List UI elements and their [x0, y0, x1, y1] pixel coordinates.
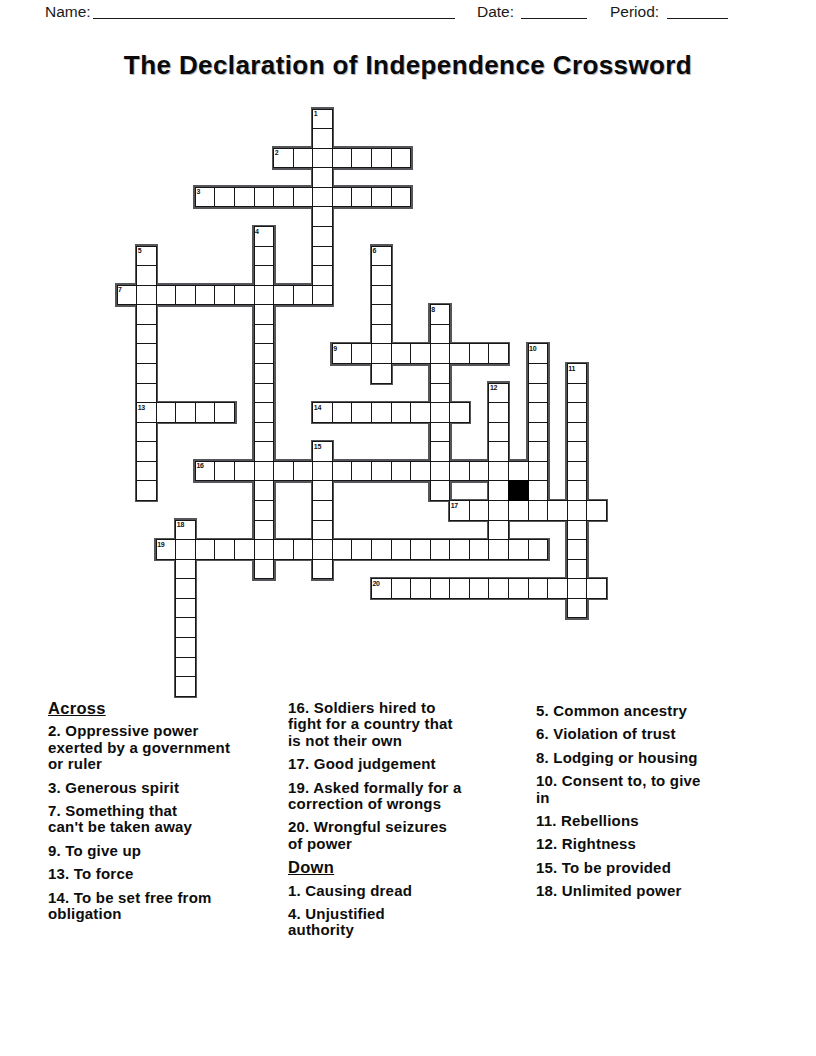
- grid-cell: [175, 657, 196, 678]
- grid-cell: [371, 265, 392, 286]
- grid-cell: [254, 402, 275, 423]
- grid-cell: [488, 441, 509, 462]
- grid-cell: [391, 343, 412, 364]
- grid-cell: [254, 265, 275, 286]
- grid-cell: [488, 402, 509, 423]
- grid-cell: [312, 480, 333, 501]
- grid-cell: [371, 539, 392, 560]
- grid-cell: [528, 480, 549, 501]
- grid-cell: [567, 422, 588, 443]
- grid-cell: [567, 500, 588, 521]
- cell-number-11: 11: [568, 365, 575, 372]
- grid-cell: [430, 343, 451, 364]
- grid-cell: [254, 461, 275, 482]
- grid-cell: [136, 363, 157, 384]
- grid-cell: [528, 441, 549, 462]
- grid-cell: [273, 187, 294, 208]
- grid-cell: [254, 539, 275, 560]
- cell-number-8: 8: [431, 306, 435, 313]
- grid-cell: [234, 187, 255, 208]
- grid-cell: [371, 304, 392, 325]
- clue-16: 16. Soldiers hired to fight for a countr…: [288, 700, 524, 749]
- grid-cell: [312, 285, 333, 306]
- cell-number-12: 12: [490, 384, 497, 391]
- clue-column-2: 16. Soldiers hired to fight for a countr…: [288, 700, 524, 946]
- grid-cell: [175, 285, 196, 306]
- clue-3: 3. Generous spirit: [48, 780, 290, 796]
- cell-number-10: 10: [529, 345, 536, 352]
- grid-cell: [195, 285, 216, 306]
- grid-cell: [410, 402, 431, 423]
- grid-cell: [312, 559, 333, 580]
- grid-cell: [586, 578, 607, 599]
- grid-cell: [312, 148, 333, 169]
- grid-cell: [175, 676, 196, 697]
- grid-cell: [136, 324, 157, 345]
- clue-column-1: Across2. Oppressive power exerted by a g…: [48, 700, 290, 929]
- clue-7: 7. Something that can't be taken away: [48, 803, 290, 836]
- grid-cell: [136, 422, 157, 443]
- grid-cell: [469, 500, 490, 521]
- clue-13: 13. To force: [48, 866, 290, 882]
- grid-cell: [254, 559, 275, 580]
- grid-cell: [293, 539, 314, 560]
- grid-cell: [214, 187, 235, 208]
- grid-cell: [214, 285, 235, 306]
- cell-number-13: 13: [138, 404, 145, 411]
- grid-cell: [430, 402, 451, 423]
- grid-cell: [312, 128, 333, 149]
- grid-cell: [312, 226, 333, 247]
- grid-cell: [567, 539, 588, 560]
- cell-number-5: 5: [138, 247, 142, 254]
- cell-number-1: 1: [314, 110, 318, 117]
- grid-cell: [136, 304, 157, 325]
- grid-cell: [234, 461, 255, 482]
- grid-cell: [371, 343, 392, 364]
- grid-cell: [430, 422, 451, 443]
- grid-cell: [371, 148, 392, 169]
- grid-cell: [567, 383, 588, 404]
- crossword-grid: 2379131416171920145681011121518: [0, 0, 816, 700]
- grid-cell: [332, 148, 353, 169]
- clue-14: 14. To be set free from obligation: [48, 890, 290, 923]
- clue-column-3: 5. Common ancestry6. Violation of trust8…: [536, 703, 758, 907]
- grid-cell: [508, 500, 529, 521]
- grid-cell: [254, 500, 275, 521]
- grid-cell: [332, 539, 353, 560]
- grid-cell: [195, 539, 216, 560]
- grid-cell: [254, 480, 275, 501]
- grid-cell: [351, 539, 372, 560]
- grid-cell: [312, 265, 333, 286]
- grid-cell: [156, 285, 177, 306]
- grid-cell: [136, 265, 157, 286]
- cell-number-18: 18: [177, 521, 184, 528]
- clue-2: 2. Oppressive power exerted by a governm…: [48, 723, 290, 772]
- grid-cell: [136, 441, 157, 462]
- grid-cell: [410, 578, 431, 599]
- clue-18: 18. Unlimited power: [536, 883, 758, 899]
- grid-cell: [567, 598, 588, 619]
- grid-cell: [254, 383, 275, 404]
- grid-cell: [391, 148, 412, 169]
- grid-cell: [508, 539, 529, 560]
- grid-cell: [488, 343, 509, 364]
- clue-12: 12. Rightness: [536, 836, 758, 852]
- grid-cell: [391, 578, 412, 599]
- grid-cell: [391, 187, 412, 208]
- grid-cell: [528, 363, 549, 384]
- grid-cell: [528, 500, 549, 521]
- grid-cell: [273, 461, 294, 482]
- grid-cell: [332, 402, 353, 423]
- grid-cell: [371, 324, 392, 345]
- grid-cell: [312, 539, 333, 560]
- grid-cell: [430, 578, 451, 599]
- grid-cell: [136, 461, 157, 482]
- black-cell: [508, 480, 529, 501]
- grid-cell: [488, 480, 509, 501]
- clue-15: 15. To be provided: [536, 860, 758, 876]
- clue-heading-across: Across: [48, 700, 290, 716]
- grid-cell: [410, 343, 431, 364]
- grid-cell: [567, 461, 588, 482]
- grid-cell: [430, 383, 451, 404]
- grid-cell: [254, 304, 275, 325]
- clue-10: 10. Consent to, to give in: [536, 773, 758, 806]
- grid-cell: [567, 578, 588, 599]
- grid-cell: [254, 187, 275, 208]
- grid-cell: [430, 539, 451, 560]
- grid-cell: [430, 324, 451, 345]
- grid-cell: [528, 539, 549, 560]
- grid-cell: [430, 363, 451, 384]
- cell-number-7: 7: [118, 286, 122, 293]
- grid-cell: [332, 461, 353, 482]
- grid-cell: [371, 187, 392, 208]
- cell-number-14: 14: [314, 404, 321, 411]
- grid-cell: [136, 285, 157, 306]
- grid-cell: [175, 578, 196, 599]
- clue-5: 5. Common ancestry: [536, 703, 758, 719]
- grid-cell: [528, 578, 549, 599]
- grid-cell: [254, 422, 275, 443]
- grid-cell: [136, 383, 157, 404]
- grid-cell: [175, 617, 196, 638]
- grid-cell: [391, 402, 412, 423]
- grid-cell: [293, 461, 314, 482]
- grid-cell: [469, 539, 490, 560]
- grid-cell: [254, 324, 275, 345]
- grid-cell: [312, 500, 333, 521]
- grid-cell: [449, 343, 470, 364]
- grid-cell: [528, 402, 549, 423]
- grid-cell: [371, 461, 392, 482]
- clue-19: 19. Asked formally for a correction of w…: [288, 780, 524, 813]
- grid-cell: [488, 520, 509, 541]
- grid-cell: [488, 539, 509, 560]
- grid-cell: [430, 441, 451, 462]
- cell-number-3: 3: [196, 188, 200, 195]
- clue-4: 4. Unjustified authority: [288, 906, 524, 939]
- grid-cell: [254, 363, 275, 384]
- grid-cell: [312, 246, 333, 267]
- grid-cell: [488, 500, 509, 521]
- grid-cell: [488, 578, 509, 599]
- grid-cell: [391, 539, 412, 560]
- grid-cell: [586, 500, 607, 521]
- grid-cell: [508, 461, 529, 482]
- grid-cell: [312, 461, 333, 482]
- grid-cell: [273, 539, 294, 560]
- grid-cell: [136, 343, 157, 364]
- grid-cell: [214, 402, 235, 423]
- grid-cell: [528, 422, 549, 443]
- grid-cell: [391, 461, 412, 482]
- clue-heading-down: Down: [288, 859, 524, 875]
- grid-cell: [488, 422, 509, 443]
- clue-11: 11. Rebellions: [536, 813, 758, 829]
- grid-cell: [254, 343, 275, 364]
- grid-cell: [488, 461, 509, 482]
- grid-cell: [195, 402, 216, 423]
- grid-cell: [312, 167, 333, 188]
- grid-cell: [312, 520, 333, 541]
- grid-cell: [293, 148, 314, 169]
- cell-number-16: 16: [196, 462, 203, 469]
- grid-cell: [175, 637, 196, 658]
- grid-cell: [449, 578, 470, 599]
- grid-cell: [293, 285, 314, 306]
- grid-cell: [528, 461, 549, 482]
- grid-cell: [214, 461, 235, 482]
- grid-cell: [567, 402, 588, 423]
- cell-number-19: 19: [157, 541, 164, 548]
- cell-number-15: 15: [314, 443, 321, 450]
- grid-cell: [214, 539, 235, 560]
- cell-number-17: 17: [451, 502, 458, 509]
- grid-cell: [410, 461, 431, 482]
- cell-number-6: 6: [373, 247, 377, 254]
- cell-number-4: 4: [255, 228, 259, 235]
- grid-cell: [469, 343, 490, 364]
- grid-cell: [547, 578, 568, 599]
- grid-cell: [449, 461, 470, 482]
- grid-cell: [351, 461, 372, 482]
- grid-cell: [469, 578, 490, 599]
- cell-number-2: 2: [275, 149, 279, 156]
- grid-cell: [254, 285, 275, 306]
- clue-6: 6. Violation of trust: [536, 726, 758, 742]
- grid-cell: [528, 383, 549, 404]
- grid-cell: [567, 480, 588, 501]
- grid-cell: [508, 578, 529, 599]
- grid-cell: [332, 187, 353, 208]
- grid-cell: [175, 598, 196, 619]
- grid-cell: [254, 520, 275, 541]
- grid-cell: [254, 246, 275, 267]
- grid-cell: [234, 539, 255, 560]
- grid-cell: [293, 187, 314, 208]
- grid-cell: [371, 285, 392, 306]
- grid-cell: [312, 206, 333, 227]
- grid-cell: [469, 461, 490, 482]
- grid-cell: [567, 559, 588, 580]
- grid-cell: [567, 441, 588, 462]
- grid-cell: [430, 480, 451, 501]
- crossword-worksheet: Name: Date: Period: The Declaration of I…: [0, 0, 816, 1056]
- clue-20: 20. Wrongful seizures of power: [288, 819, 524, 852]
- grid-cell: [273, 285, 294, 306]
- grid-cell: [175, 539, 196, 560]
- grid-cell: [547, 500, 568, 521]
- grid-cell: [567, 520, 588, 541]
- grid-cell: [254, 441, 275, 462]
- grid-cell: [136, 480, 157, 501]
- grid-cell: [312, 187, 333, 208]
- grid-cell: [351, 148, 372, 169]
- grid-cell: [371, 363, 392, 384]
- grid-cell: [410, 539, 431, 560]
- clue-9: 9. To give up: [48, 843, 290, 859]
- grid-cell: [430, 461, 451, 482]
- grid-cell: [175, 402, 196, 423]
- grid-cell: [351, 343, 372, 364]
- grid-cell: [449, 539, 470, 560]
- cell-number-9: 9: [333, 345, 337, 352]
- clue-17: 17. Good judgement: [288, 756, 524, 772]
- grid-cell: [449, 402, 470, 423]
- grid-cell: [156, 402, 177, 423]
- clue-8: 8. Lodging or housing: [536, 750, 758, 766]
- cell-number-20: 20: [373, 580, 380, 587]
- grid-cell: [175, 559, 196, 580]
- clue-1: 1. Causing dread: [288, 883, 524, 899]
- grid-cell: [351, 187, 372, 208]
- grid-cell: [371, 402, 392, 423]
- grid-cell: [234, 285, 255, 306]
- grid-cell: [351, 402, 372, 423]
